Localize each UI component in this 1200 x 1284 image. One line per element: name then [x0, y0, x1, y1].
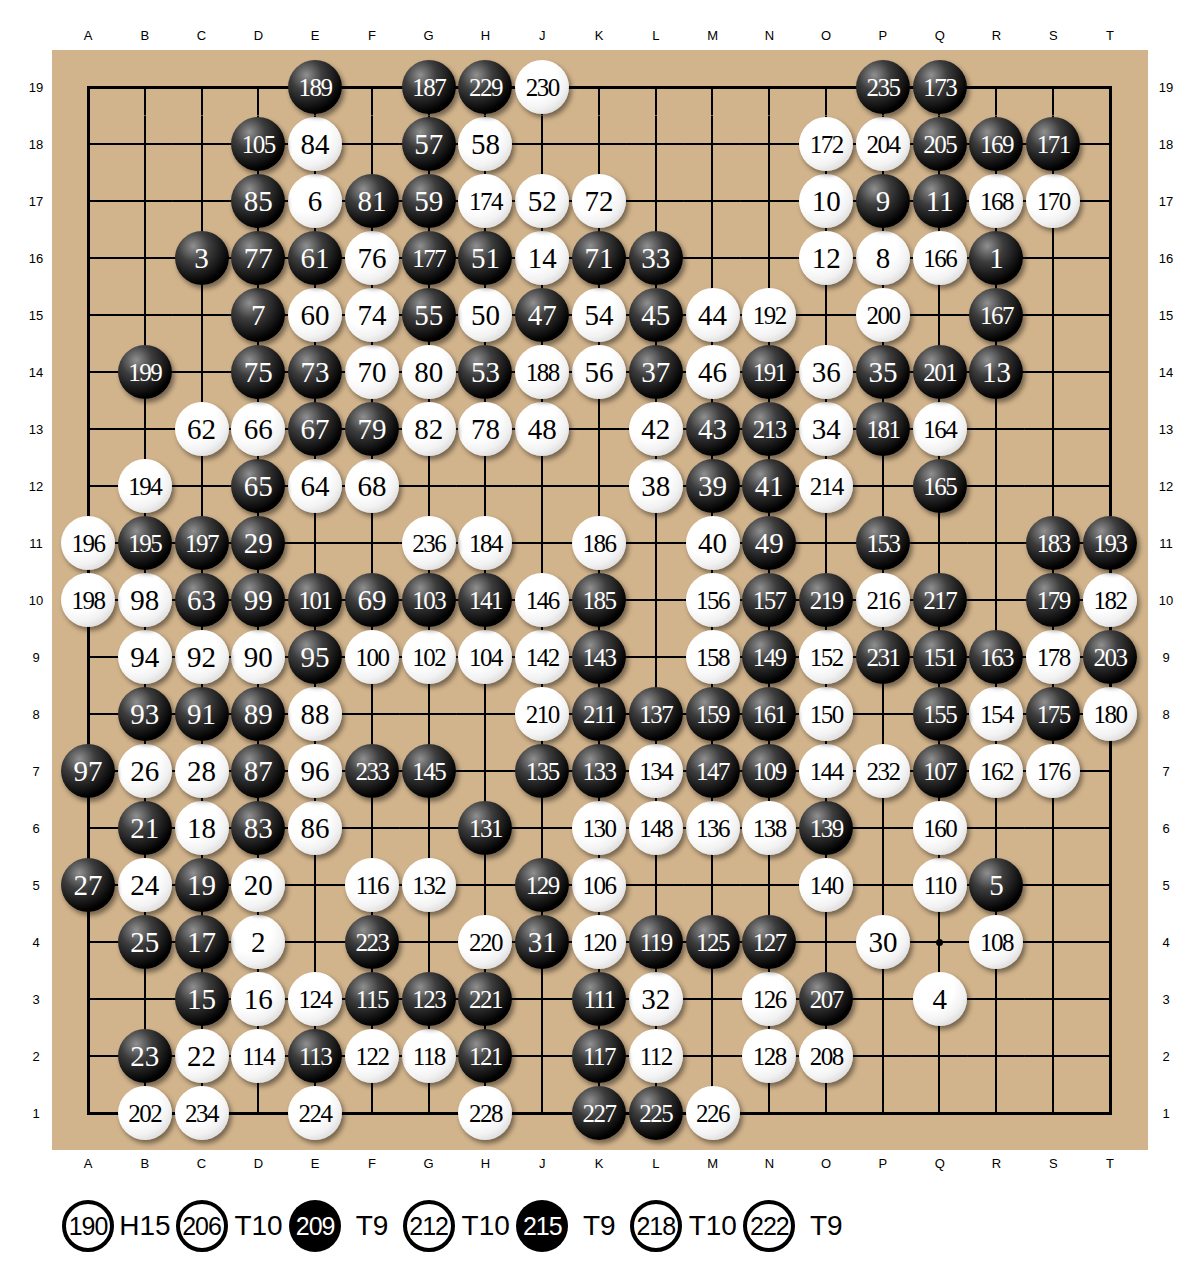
move-number: 24	[130, 871, 159, 900]
stone-O16[interactable]: 12	[799, 231, 853, 285]
stone-S7[interactable]: 176	[1026, 744, 1080, 798]
stone-M14[interactable]: 46	[686, 345, 740, 399]
stone-S11[interactable]: 183	[1026, 516, 1080, 570]
move-number: 36	[812, 358, 841, 387]
note-stone-white: 206	[176, 1200, 228, 1252]
stone-Q16[interactable]: 166	[913, 231, 967, 285]
row-label-left-4: 4	[32, 935, 39, 950]
stone-F14[interactable]: 70	[345, 345, 399, 399]
row-label-right-6: 6	[1162, 821, 1169, 836]
stone-C16[interactable]: 3	[175, 231, 229, 285]
stone-D18[interactable]: 105	[231, 117, 285, 171]
stone-D13[interactable]: 66	[231, 402, 285, 456]
stone-B11[interactable]: 195	[118, 516, 172, 570]
stone-L3[interactable]: 32	[629, 972, 683, 1026]
row-label-left-19: 19	[29, 80, 43, 95]
move-number: 138	[753, 816, 786, 841]
column-label-bottom-G: G	[424, 1156, 434, 1171]
move-number: 117	[583, 1044, 615, 1069]
stone-E13[interactable]: 67	[288, 402, 342, 456]
stone-K6[interactable]: 130	[572, 801, 626, 855]
stone-Q18[interactable]: 205	[913, 117, 967, 171]
stone-Q6[interactable]: 160	[913, 801, 967, 855]
stone-F15[interactable]: 74	[345, 288, 399, 342]
move-number: 90	[244, 643, 273, 672]
stone-D4[interactable]: 2	[231, 915, 285, 969]
column-label-bottom-L: L	[652, 1156, 659, 1171]
stone-S10[interactable]: 179	[1026, 573, 1080, 627]
move-number: 94	[130, 643, 159, 672]
stone-M6[interactable]: 136	[686, 801, 740, 855]
move-number: 122	[355, 1044, 388, 1069]
stone-C11[interactable]: 197	[175, 516, 229, 570]
stone-L4[interactable]: 119	[629, 915, 683, 969]
stone-J5[interactable]: 129	[515, 858, 569, 912]
move-number: 227	[583, 1101, 616, 1126]
stone-E18[interactable]: 84	[288, 117, 342, 171]
move-number: 27	[74, 871, 103, 900]
stone-D7[interactable]: 87	[231, 744, 285, 798]
stone-N12[interactable]: 41	[742, 459, 796, 513]
note-position: T10	[228, 1210, 290, 1242]
move-number: 3	[194, 244, 209, 273]
stone-O9[interactable]: 152	[799, 630, 853, 684]
move-number: 98	[130, 586, 159, 615]
stone-D2[interactable]: 114	[231, 1029, 285, 1083]
stone-S17[interactable]: 170	[1026, 174, 1080, 228]
stone-N4[interactable]: 127	[742, 915, 796, 969]
stone-A7[interactable]: 97	[61, 744, 115, 798]
stone-M9[interactable]: 158	[686, 630, 740, 684]
stone-Q7[interactable]: 107	[913, 744, 967, 798]
stone-S9[interactable]: 178	[1026, 630, 1080, 684]
stone-K1[interactable]: 227	[572, 1086, 626, 1140]
stone-P16[interactable]: 8	[856, 231, 910, 285]
stone-J9[interactable]: 142	[515, 630, 569, 684]
move-number: 60	[301, 301, 330, 330]
column-label-top-D: D	[254, 28, 263, 43]
move-number: 120	[583, 930, 616, 955]
row-label-right-10: 10	[1159, 593, 1173, 608]
column-label-top-T: T	[1106, 28, 1114, 43]
stone-T8[interactable]: 180	[1083, 687, 1137, 741]
move-number: 89	[244, 700, 273, 729]
move-number: 124	[299, 987, 332, 1012]
stone-O7[interactable]: 144	[799, 744, 853, 798]
stone-F13[interactable]: 79	[345, 402, 399, 456]
stone-E10[interactable]: 101	[288, 573, 342, 627]
later-move-entry-218: 218T10	[630, 1200, 744, 1252]
stone-L12[interactable]: 38	[629, 459, 683, 513]
move-number: 213	[753, 417, 786, 442]
move-number: 29	[244, 529, 273, 558]
stone-E9[interactable]: 95	[288, 630, 342, 684]
stone-E12[interactable]: 64	[288, 459, 342, 513]
stone-K3[interactable]: 111	[572, 972, 626, 1026]
stone-E6[interactable]: 86	[288, 801, 342, 855]
stone-G9[interactable]: 102	[402, 630, 456, 684]
stone-F17[interactable]: 81	[345, 174, 399, 228]
stone-G10[interactable]: 103	[402, 573, 456, 627]
note-stone-white: 222	[743, 1200, 795, 1252]
move-number: 140	[810, 873, 843, 898]
stone-K4[interactable]: 120	[572, 915, 626, 969]
stone-L2[interactable]: 112	[629, 1029, 683, 1083]
stone-P17[interactable]: 9	[856, 174, 910, 228]
stone-O2[interactable]: 208	[799, 1029, 853, 1083]
stone-S18[interactable]: 171	[1026, 117, 1080, 171]
stone-Q10[interactable]: 217	[913, 573, 967, 627]
stone-A11[interactable]: 196	[61, 516, 115, 570]
stone-J13[interactable]: 48	[515, 402, 569, 456]
stone-T11[interactable]: 193	[1083, 516, 1137, 570]
stone-P18[interactable]: 204	[856, 117, 910, 171]
stone-G14[interactable]: 80	[402, 345, 456, 399]
stone-M12[interactable]: 39	[686, 459, 740, 513]
row-label-right-19: 19	[1159, 80, 1173, 95]
stone-M15[interactable]: 44	[686, 288, 740, 342]
stone-Q19[interactable]: 173	[913, 60, 967, 114]
stone-P14[interactable]: 35	[856, 345, 910, 399]
move-number: 224	[299, 1101, 332, 1126]
move-number: 99	[244, 586, 273, 615]
move-number: 176	[1037, 759, 1070, 784]
row-label-right-4: 4	[1162, 935, 1169, 950]
stone-J19[interactable]: 230	[515, 60, 569, 114]
stone-Q3[interactable]: 4	[913, 972, 967, 1026]
stone-L7[interactable]: 134	[629, 744, 683, 798]
stone-O14[interactable]: 36	[799, 345, 853, 399]
stone-Q12[interactable]: 165	[913, 459, 967, 513]
stone-D5[interactable]: 20	[231, 858, 285, 912]
later-move-entry-209: 209T9	[289, 1200, 403, 1252]
stone-K16[interactable]: 71	[572, 231, 626, 285]
stone-D17[interactable]: 85	[231, 174, 285, 228]
stone-D10[interactable]: 99	[231, 573, 285, 627]
later-moves-footer: 190H15206T10209T9212T10215T9218T10222T9	[0, 1196, 1200, 1260]
move-number: 231	[866, 645, 899, 670]
move-number: 114	[242, 1044, 274, 1069]
stone-D8[interactable]: 89	[231, 687, 285, 741]
stone-N10[interactable]: 157	[742, 573, 796, 627]
stone-Q17[interactable]: 11	[913, 174, 967, 228]
stone-O6[interactable]: 139	[799, 801, 853, 855]
stone-O17[interactable]: 10	[799, 174, 853, 228]
stone-C3[interactable]: 15	[175, 972, 229, 1026]
move-number: 21	[130, 814, 159, 843]
stone-B4[interactable]: 25	[118, 915, 172, 969]
move-number: 156	[696, 588, 729, 613]
stone-L16[interactable]: 33	[629, 231, 683, 285]
stone-N6[interactable]: 138	[742, 801, 796, 855]
stone-P15[interactable]: 200	[856, 288, 910, 342]
stone-F10[interactable]: 69	[345, 573, 399, 627]
stone-K17[interactable]: 72	[572, 174, 626, 228]
stone-B8[interactable]: 93	[118, 687, 172, 741]
move-number: 230	[526, 75, 559, 100]
stone-D6[interactable]: 83	[231, 801, 285, 855]
stone-K9[interactable]: 143	[572, 630, 626, 684]
move-number: 141	[469, 588, 502, 613]
stone-C5[interactable]: 19	[175, 858, 229, 912]
move-number: 9	[876, 187, 891, 216]
stone-F4[interactable]: 223	[345, 915, 399, 969]
stone-B6[interactable]: 21	[118, 801, 172, 855]
move-number: 201	[923, 360, 956, 385]
stone-B1[interactable]: 202	[118, 1086, 172, 1140]
move-number: 142	[526, 645, 559, 670]
move-number: 133	[583, 759, 616, 784]
stone-N3[interactable]: 126	[742, 972, 796, 1026]
note-position: H15	[114, 1210, 176, 1242]
stone-K8[interactable]: 211	[572, 687, 626, 741]
stone-J7[interactable]: 135	[515, 744, 569, 798]
move-number: 214	[810, 474, 843, 499]
move-number: 166	[923, 246, 956, 271]
stone-J8[interactable]: 210	[515, 687, 569, 741]
stone-B5[interactable]: 24	[118, 858, 172, 912]
move-number: 20	[244, 871, 273, 900]
move-number: 49	[755, 529, 784, 558]
stone-O13[interactable]: 34	[799, 402, 853, 456]
stone-E15[interactable]: 60	[288, 288, 342, 342]
stone-G15[interactable]: 55	[402, 288, 456, 342]
stone-A10[interactable]: 198	[61, 573, 115, 627]
column-label-top-E: E	[311, 28, 320, 43]
stone-P19[interactable]: 235	[856, 60, 910, 114]
move-number: 6	[308, 187, 323, 216]
stone-P10[interactable]: 216	[856, 573, 910, 627]
stone-M13[interactable]: 43	[686, 402, 740, 456]
stone-K7[interactable]: 133	[572, 744, 626, 798]
stone-Q8[interactable]: 155	[913, 687, 967, 741]
stone-L1[interactable]: 225	[629, 1086, 683, 1140]
column-label-top-F: F	[368, 28, 376, 43]
stone-O10[interactable]: 219	[799, 573, 853, 627]
move-number: 39	[698, 472, 727, 501]
row-label-right-17: 17	[1159, 194, 1173, 209]
stone-G11[interactable]: 236	[402, 516, 456, 570]
stone-O5[interactable]: 140	[799, 858, 853, 912]
stone-J15[interactable]: 47	[515, 288, 569, 342]
stone-F7[interactable]: 233	[345, 744, 399, 798]
stone-G2[interactable]: 118	[402, 1029, 456, 1083]
move-number: 223	[355, 930, 388, 955]
move-number: 172	[810, 132, 843, 157]
stone-E3[interactable]: 124	[288, 972, 342, 1026]
stone-C13[interactable]: 62	[175, 402, 229, 456]
stone-G3[interactable]: 123	[402, 972, 456, 1026]
move-number: 104	[469, 645, 502, 670]
stone-C6[interactable]: 18	[175, 801, 229, 855]
move-number: 57	[414, 130, 443, 159]
stone-T10[interactable]: 182	[1083, 573, 1137, 627]
stone-Q14[interactable]: 201	[913, 345, 967, 399]
stone-O3[interactable]: 207	[799, 972, 853, 1026]
stone-F16[interactable]: 76	[345, 231, 399, 285]
stone-J16[interactable]: 14	[515, 231, 569, 285]
stone-O8[interactable]: 150	[799, 687, 853, 741]
stone-B9[interactable]: 94	[118, 630, 172, 684]
stone-M8[interactable]: 159	[686, 687, 740, 741]
move-number: 202	[128, 1101, 161, 1126]
stone-F3[interactable]: 115	[345, 972, 399, 1026]
move-number: 64	[301, 472, 330, 501]
stone-D11[interactable]: 29	[231, 516, 285, 570]
stone-N15[interactable]: 192	[742, 288, 796, 342]
stone-D9[interactable]: 90	[231, 630, 285, 684]
stone-B14[interactable]: 199	[118, 345, 172, 399]
column-label-bottom-P: P	[879, 1156, 888, 1171]
stone-L13[interactable]: 42	[629, 402, 683, 456]
stone-G19[interactable]: 187	[402, 60, 456, 114]
stone-G13[interactable]: 82	[402, 402, 456, 456]
stone-M1[interactable]: 226	[686, 1086, 740, 1140]
stone-L15[interactable]: 45	[629, 288, 683, 342]
row-label-left-11: 11	[29, 536, 43, 551]
row-label-right-5: 5	[1162, 878, 1169, 893]
stone-M4[interactable]: 125	[686, 915, 740, 969]
stone-K11[interactable]: 186	[572, 516, 626, 570]
stone-P7[interactable]: 232	[856, 744, 910, 798]
note-position: T9	[341, 1210, 403, 1242]
later-move-entry-215: 215T9	[516, 1200, 630, 1252]
stone-P4[interactable]: 30	[856, 915, 910, 969]
move-number: 158	[696, 645, 729, 670]
stone-T9[interactable]: 203	[1083, 630, 1137, 684]
stone-N14[interactable]: 191	[742, 345, 796, 399]
move-number: 221	[469, 987, 502, 1012]
stone-K14[interactable]: 56	[572, 345, 626, 399]
move-number: 105	[242, 132, 275, 157]
stone-D12[interactable]: 65	[231, 459, 285, 513]
stone-C2[interactable]: 22	[175, 1029, 229, 1083]
stone-J4[interactable]: 31	[515, 915, 569, 969]
stone-G18[interactable]: 57	[402, 117, 456, 171]
stone-G7[interactable]: 145	[402, 744, 456, 798]
stone-E1[interactable]: 224	[288, 1086, 342, 1140]
stone-C10[interactable]: 63	[175, 573, 229, 627]
move-number: 167	[980, 303, 1013, 328]
stone-B10[interactable]: 98	[118, 573, 172, 627]
stone-E14[interactable]: 73	[288, 345, 342, 399]
stone-J17[interactable]: 52	[515, 174, 569, 228]
stone-K15[interactable]: 54	[572, 288, 626, 342]
stone-S8[interactable]: 175	[1026, 687, 1080, 741]
column-label-top-M: M	[707, 28, 718, 43]
stone-N8[interactable]: 161	[742, 687, 796, 741]
stone-C8[interactable]: 91	[175, 687, 229, 741]
move-number: 134	[639, 759, 672, 784]
move-number: 96	[301, 757, 330, 786]
stone-D16[interactable]: 77	[231, 231, 285, 285]
stone-G5[interactable]: 132	[402, 858, 456, 912]
row-label-left-3: 3	[32, 992, 39, 1007]
stone-C1[interactable]: 234	[175, 1086, 229, 1140]
stone-D15[interactable]: 7	[231, 288, 285, 342]
stone-B12[interactable]: 194	[118, 459, 172, 513]
move-number: 97	[74, 757, 103, 786]
stone-C9[interactable]: 92	[175, 630, 229, 684]
stone-A5[interactable]: 27	[61, 858, 115, 912]
stone-B7[interactable]: 26	[118, 744, 172, 798]
stone-F9[interactable]: 100	[345, 630, 399, 684]
stone-O12[interactable]: 214	[799, 459, 853, 513]
stone-F12[interactable]: 68	[345, 459, 399, 513]
column-label-bottom-Q: Q	[935, 1156, 945, 1171]
move-number: 196	[72, 531, 105, 556]
stone-Q9[interactable]: 151	[913, 630, 967, 684]
note-stone-black: 209	[289, 1200, 341, 1252]
stone-L14[interactable]: 37	[629, 345, 683, 399]
move-number: 69	[357, 586, 386, 615]
stone-P11[interactable]: 153	[856, 516, 910, 570]
stone-N9[interactable]: 149	[742, 630, 796, 684]
move-number: 74	[357, 301, 386, 330]
stone-F5[interactable]: 116	[345, 858, 399, 912]
stone-N11[interactable]: 49	[742, 516, 796, 570]
stone-E8[interactable]: 88	[288, 687, 342, 741]
move-number: 112	[640, 1044, 672, 1069]
stone-P9[interactable]: 231	[856, 630, 910, 684]
move-number: 132	[412, 873, 445, 898]
stone-K10[interactable]: 185	[572, 573, 626, 627]
stone-N7[interactable]: 109	[742, 744, 796, 798]
stone-K2[interactable]: 117	[572, 1029, 626, 1083]
stone-E19[interactable]: 189	[288, 60, 342, 114]
stone-G16[interactable]: 177	[402, 231, 456, 285]
column-label-bottom-A: A	[84, 1156, 93, 1171]
move-number: 160	[923, 816, 956, 841]
move-number: 189	[299, 75, 332, 100]
move-number: 42	[641, 415, 670, 444]
stone-M11[interactable]: 40	[686, 516, 740, 570]
stone-E16[interactable]: 61	[288, 231, 342, 285]
stone-L8[interactable]: 137	[629, 687, 683, 741]
stone-E2[interactable]: 113	[288, 1029, 342, 1083]
stone-E7[interactable]: 96	[288, 744, 342, 798]
move-number: 44	[698, 301, 727, 330]
stone-B2[interactable]: 23	[118, 1029, 172, 1083]
stone-J10[interactable]: 146	[515, 573, 569, 627]
stone-Q5[interactable]: 110	[913, 858, 967, 912]
column-label-top-P: P	[879, 28, 888, 43]
stone-N2[interactable]: 128	[742, 1029, 796, 1083]
stone-L6[interactable]: 148	[629, 801, 683, 855]
stone-Q13[interactable]: 164	[913, 402, 967, 456]
move-number: 68	[357, 472, 386, 501]
move-number: 53	[471, 358, 500, 387]
stone-C7[interactable]: 28	[175, 744, 229, 798]
stone-M10[interactable]: 156	[686, 573, 740, 627]
stone-M7[interactable]: 147	[686, 744, 740, 798]
move-number: 236	[412, 531, 445, 556]
stone-O18[interactable]: 172	[799, 117, 853, 171]
stone-C4[interactable]: 17	[175, 915, 229, 969]
move-number: 61	[301, 244, 330, 273]
stone-E17[interactable]: 6	[288, 174, 342, 228]
stone-D3[interactable]: 16	[231, 972, 285, 1026]
note-stone-black: 215	[516, 1200, 568, 1252]
stone-N13[interactable]: 213	[742, 402, 796, 456]
stone-F2[interactable]: 122	[345, 1029, 399, 1083]
stone-P13[interactable]: 181	[856, 402, 910, 456]
column-label-top-A: A	[84, 28, 93, 43]
stone-K5[interactable]: 106	[572, 858, 626, 912]
stone-J14[interactable]: 188	[515, 345, 569, 399]
stone-D14[interactable]: 75	[231, 345, 285, 399]
stone-G17[interactable]: 59	[402, 174, 456, 228]
